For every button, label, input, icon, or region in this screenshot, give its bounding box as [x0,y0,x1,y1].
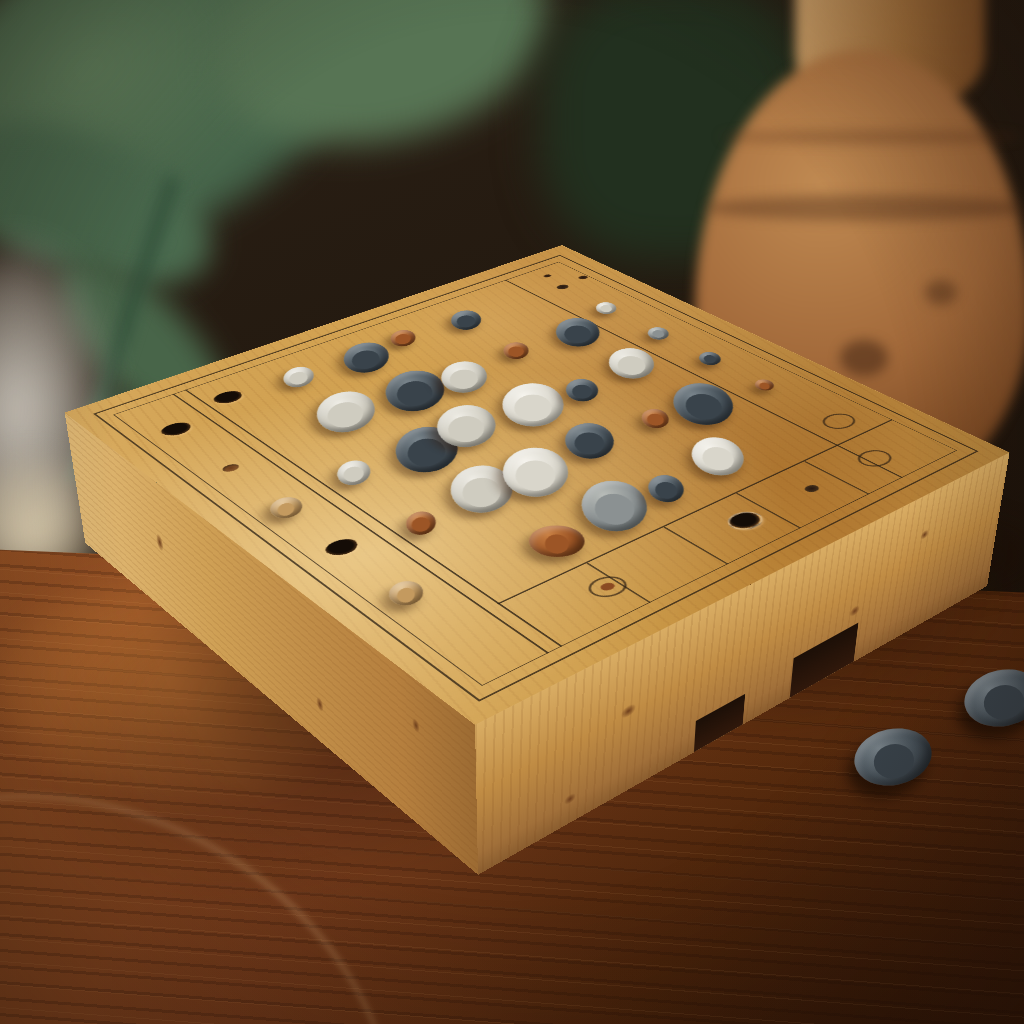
stone-dark-loose[interactable]: ● [959,662,1024,733]
loose-stones: ●● [0,0,1024,1024]
photo-scene: ●●●●●●●●●●●●●●●●●●●●●●●●● ●●●●●● ●● [0,0,1024,1024]
stone-dark-loose[interactable]: ● [849,721,937,792]
